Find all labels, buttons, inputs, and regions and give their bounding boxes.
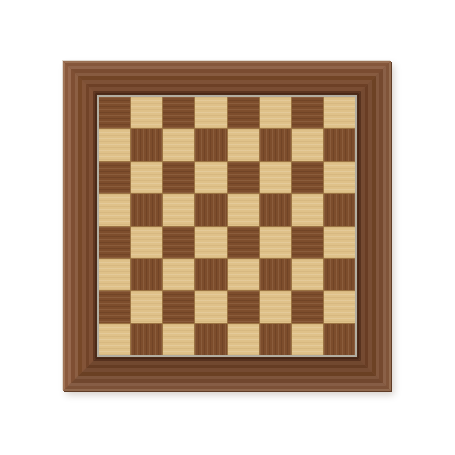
square-a1[interactable] — [99, 324, 130, 355]
square-c2[interactable] — [163, 291, 194, 322]
square-c3[interactable] — [163, 259, 194, 290]
square-h2[interactable] — [324, 291, 355, 322]
square-e6[interactable] — [228, 162, 259, 193]
square-f8[interactable] — [260, 97, 291, 128]
square-f1[interactable] — [260, 324, 291, 355]
square-g3[interactable] — [292, 259, 323, 290]
square-h8[interactable] — [324, 97, 355, 128]
square-f7[interactable] — [260, 129, 291, 160]
square-b7[interactable] — [131, 129, 162, 160]
square-d8[interactable] — [195, 97, 226, 128]
square-e4[interactable] — [228, 227, 259, 258]
square-d1[interactable] — [195, 324, 226, 355]
square-g6[interactable] — [292, 162, 323, 193]
square-c8[interactable] — [163, 97, 194, 128]
square-g7[interactable] — [292, 129, 323, 160]
square-f6[interactable] — [260, 162, 291, 193]
square-b1[interactable] — [131, 324, 162, 355]
square-a8[interactable] — [99, 97, 130, 128]
square-h6[interactable] — [324, 162, 355, 193]
square-a6[interactable] — [99, 162, 130, 193]
square-h4[interactable] — [324, 227, 355, 258]
board-frame-bottom — [63, 358, 391, 391]
square-h1[interactable] — [324, 324, 355, 355]
square-d2[interactable] — [195, 291, 226, 322]
square-b4[interactable] — [131, 227, 162, 258]
square-e3[interactable] — [228, 259, 259, 290]
square-d7[interactable] — [195, 129, 226, 160]
square-b3[interactable] — [131, 259, 162, 290]
board-frame-left — [63, 61, 96, 391]
square-g2[interactable] — [292, 291, 323, 322]
square-f3[interactable] — [260, 259, 291, 290]
square-h3[interactable] — [324, 259, 355, 290]
square-a3[interactable] — [99, 259, 130, 290]
square-b8[interactable] — [131, 97, 162, 128]
square-d4[interactable] — [195, 227, 226, 258]
square-b5[interactable] — [131, 194, 162, 225]
square-f5[interactable] — [260, 194, 291, 225]
square-g8[interactable] — [292, 97, 323, 128]
square-e1[interactable] — [228, 324, 259, 355]
square-c5[interactable] — [163, 194, 194, 225]
square-f4[interactable] — [260, 227, 291, 258]
square-d3[interactable] — [195, 259, 226, 290]
square-c7[interactable] — [163, 129, 194, 160]
square-h7[interactable] — [324, 129, 355, 160]
square-c4[interactable] — [163, 227, 194, 258]
square-e5[interactable] — [228, 194, 259, 225]
square-g4[interactable] — [292, 227, 323, 258]
board-grid — [99, 97, 355, 355]
square-a2[interactable] — [99, 291, 130, 322]
square-a4[interactable] — [99, 227, 130, 258]
square-c6[interactable] — [163, 162, 194, 193]
square-b2[interactable] — [131, 291, 162, 322]
board-inlay-border — [96, 94, 358, 358]
square-a7[interactable] — [99, 129, 130, 160]
square-e7[interactable] — [228, 129, 259, 160]
square-f2[interactable] — [260, 291, 291, 322]
square-b6[interactable] — [131, 162, 162, 193]
square-d5[interactable] — [195, 194, 226, 225]
board-frame-top — [63, 61, 391, 94]
square-e2[interactable] — [228, 291, 259, 322]
chess-board — [63, 61, 391, 391]
square-g1[interactable] — [292, 324, 323, 355]
square-c1[interactable] — [163, 324, 194, 355]
square-a5[interactable] — [99, 194, 130, 225]
square-g5[interactable] — [292, 194, 323, 225]
square-e8[interactable] — [228, 97, 259, 128]
board-frame-right — [358, 61, 391, 391]
square-h5[interactable] — [324, 194, 355, 225]
square-d6[interactable] — [195, 162, 226, 193]
